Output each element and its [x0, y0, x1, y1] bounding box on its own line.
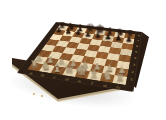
- file-label-d: d: [60, 76, 74, 82]
- board-scene: abcdefgh 87654321 ♜♞♝♛♚♝♞♜♟♟♟♟♟♟♟♟♟♟♟♟♟♟…: [36, 0, 138, 101]
- piece-black-pawn-a7[interactable]: ♟: [55, 27, 62, 34]
- rank-label-1: 1: [128, 77, 135, 86]
- piece-white-knight-g1[interactable]: ♞: [101, 69, 112, 81]
- file-label-e: e: [72, 78, 86, 84]
- piece-white-bishop-f1[interactable]: ♝: [88, 67, 99, 79]
- piece-white-rook-h1[interactable]: ♜: [115, 73, 125, 84]
- piece-white-bishop-c1[interactable]: ♝: [52, 62, 63, 74]
- file-label-h: h: [111, 84, 125, 90]
- piece-white-rook-a1[interactable]: ♜: [29, 60, 38, 70]
- file-label-g: g: [98, 82, 112, 88]
- piece-white-knight-b1[interactable]: ♞: [40, 60, 50, 71]
- piece-black-pawn-h7[interactable]: ♟: [125, 35, 132, 43]
- piece-white-queen-d1[interactable]: ♛: [63, 62, 75, 75]
- piece-black-pawn-g7[interactable]: ♟: [114, 34, 121, 42]
- piece-white-king-e1[interactable]: ♚: [75, 63, 88, 78]
- chess-set-photo: abcdefgh 87654321 ♜♞♝♛♚♝♞♜♟♟♟♟♟♟♟♟♟♟♟♟♟♟…: [0, 0, 166, 120]
- brass-clasp-icon: [33, 93, 35, 95]
- chess-board: abcdefgh 87654321 ♜♞♝♛♚♝♞♜♟♟♟♟♟♟♟♟♟♟♟♟♟♟…: [17, 22, 142, 92]
